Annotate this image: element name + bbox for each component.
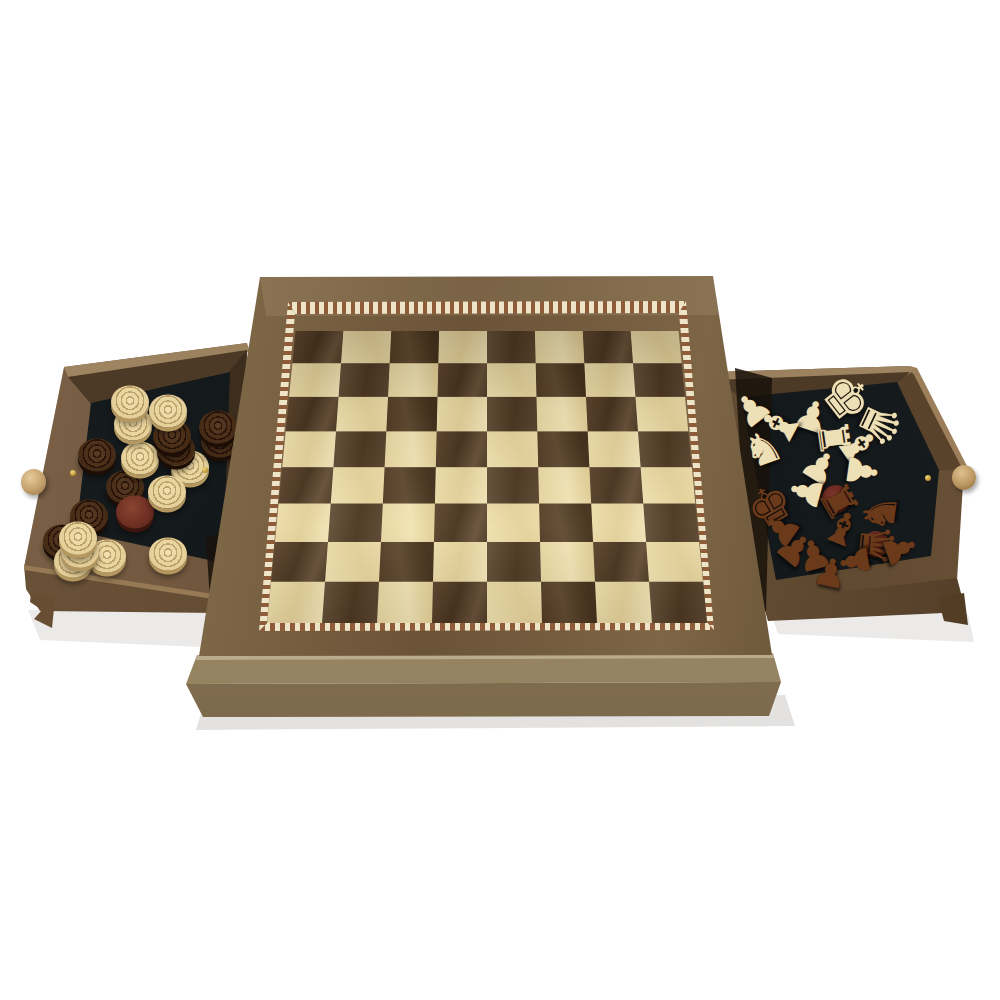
- checker-light: [149, 538, 187, 571]
- board-square-dark: [593, 542, 649, 582]
- checker-light: [121, 442, 159, 475]
- board-square-light: [381, 504, 435, 542]
- board-square-dark: [633, 363, 685, 396]
- board-square-light: [584, 363, 635, 396]
- board-square-dark: [292, 331, 343, 363]
- board-square-light: [437, 397, 487, 432]
- brass-pin-icon: [70, 470, 76, 476]
- board-square-light: [267, 582, 325, 623]
- board-square-light: [631, 331, 682, 363]
- board-square-dark: [328, 504, 383, 542]
- board-square-dark: [649, 582, 707, 623]
- board-square-light: [536, 397, 587, 432]
- right-drawer-knob: [952, 465, 976, 490]
- board-square-dark: [432, 582, 487, 623]
- checker-dark: [78, 439, 116, 472]
- board-square-dark: [434, 504, 487, 542]
- board-square-light: [325, 542, 381, 582]
- board-square-dark: [487, 397, 537, 432]
- board-square-light: [438, 331, 487, 363]
- board-square-light: [336, 397, 388, 432]
- checker-light: [149, 395, 187, 428]
- board-square-light: [377, 582, 433, 623]
- board-square-dark: [383, 467, 436, 504]
- board-square-light: [487, 363, 536, 396]
- left-drawer-knob: [21, 469, 46, 495]
- board-square-light: [591, 504, 646, 542]
- brass-pin-icon: [925, 475, 931, 481]
- board-square-dark: [438, 363, 487, 396]
- board-square-dark: [333, 431, 386, 467]
- board-square-light: [487, 504, 540, 542]
- board-square-dark: [286, 397, 339, 432]
- board-square-dark: [487, 467, 539, 504]
- checker-light: [59, 522, 97, 555]
- board-square-light: [331, 467, 385, 504]
- checker-light: [148, 476, 186, 509]
- board-square-light: [435, 467, 487, 504]
- board-square-dark: [436, 431, 487, 467]
- board-square-light: [433, 542, 487, 582]
- board-square-dark: [386, 397, 437, 432]
- board-square-light: [535, 331, 584, 363]
- board-square-dark: [390, 331, 439, 363]
- checker-maroon: [116, 496, 154, 529]
- board-square-light: [282, 431, 336, 467]
- board-square-light: [635, 397, 688, 432]
- board-square-dark: [539, 504, 593, 542]
- board-square-light: [487, 582, 542, 623]
- board-square-light: [289, 363, 341, 396]
- checker-light: [111, 386, 149, 419]
- board-square-light: [641, 467, 696, 504]
- board-square-dark: [487, 542, 541, 582]
- board-square-light: [646, 542, 703, 582]
- board-square-light: [540, 542, 595, 582]
- board-square-dark: [537, 431, 589, 467]
- board-square-dark: [643, 504, 699, 542]
- board-square-light: [588, 431, 641, 467]
- board-square-light: [341, 331, 391, 363]
- product-photo-chess-box: ♚♟♟♛♝♜♝♞♟♟♟♚♜♞♝♟♛♟♟♟♟♟: [0, 0, 1000, 1000]
- board-square-dark: [322, 582, 379, 623]
- chess-piece-dark: ♟: [809, 551, 850, 595]
- board-square-dark: [339, 363, 390, 396]
- checker-dark: [199, 411, 237, 444]
- board-square-light: [595, 582, 652, 623]
- board-square-dark: [638, 431, 692, 467]
- brass-pin-icon: [202, 467, 208, 473]
- board-square-dark: [583, 331, 633, 363]
- board-square-dark: [586, 397, 638, 432]
- board-square-light: [275, 504, 331, 542]
- board-square-dark: [541, 582, 597, 623]
- board-square-dark: [589, 467, 643, 504]
- chessboard: [267, 331, 707, 623]
- board-square-dark: [279, 467, 334, 504]
- board-square-dark: [271, 542, 328, 582]
- board-square-dark: [487, 331, 536, 363]
- board-square-dark: [379, 542, 434, 582]
- board-square-light: [538, 467, 591, 504]
- board-square-light: [487, 431, 538, 467]
- board-square-light: [385, 431, 437, 467]
- board-square-dark: [536, 363, 586, 396]
- board-square-light: [388, 363, 438, 396]
